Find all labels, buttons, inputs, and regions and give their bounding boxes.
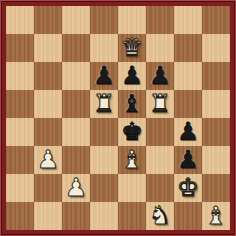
white-pawn[interactable]: ♟ — [34, 146, 62, 174]
board-frame: ♛♟♟♟♜♝♜♚♟♟♝♟♟♚♞♝ — [0, 0, 236, 236]
square-f4[interactable] — [146, 118, 174, 146]
square-c4[interactable] — [62, 118, 90, 146]
square-g3[interactable]: ♟ — [174, 146, 202, 174]
square-d2[interactable] — [90, 174, 118, 202]
square-h8[interactable] — [202, 6, 230, 34]
square-f3[interactable] — [146, 146, 174, 174]
square-g8[interactable] — [174, 6, 202, 34]
square-b6[interactable] — [34, 62, 62, 90]
square-c8[interactable] — [62, 6, 90, 34]
square-h3[interactable] — [202, 146, 230, 174]
square-f2[interactable] — [146, 174, 174, 202]
square-h2[interactable] — [202, 174, 230, 202]
square-e7[interactable]: ♛ — [118, 34, 146, 62]
black-bishop[interactable]: ♝ — [118, 90, 146, 118]
white-rook[interactable]: ♜ — [146, 90, 174, 118]
square-h6[interactable] — [202, 62, 230, 90]
white-queen[interactable]: ♛ — [118, 34, 146, 62]
square-b4[interactable] — [34, 118, 62, 146]
square-e8[interactable] — [118, 6, 146, 34]
square-d5[interactable]: ♜ — [90, 90, 118, 118]
white-bishop[interactable]: ♝ — [118, 146, 146, 174]
white-pawn[interactable]: ♟ — [62, 174, 90, 202]
square-c6[interactable] — [62, 62, 90, 90]
square-e6[interactable]: ♟ — [118, 62, 146, 90]
black-pawn[interactable]: ♟ — [146, 62, 174, 90]
square-g6[interactable] — [174, 62, 202, 90]
square-d6[interactable]: ♟ — [90, 62, 118, 90]
square-e5[interactable]: ♝ — [118, 90, 146, 118]
square-d4[interactable] — [90, 118, 118, 146]
square-c2[interactable]: ♟ — [62, 174, 90, 202]
square-d1[interactable] — [90, 202, 118, 230]
square-a2[interactable] — [6, 174, 34, 202]
square-g5[interactable] — [174, 90, 202, 118]
square-h4[interactable] — [202, 118, 230, 146]
black-pawn[interactable]: ♟ — [118, 62, 146, 90]
square-a1[interactable] — [6, 202, 34, 230]
square-g1[interactable] — [174, 202, 202, 230]
white-rook[interactable]: ♜ — [90, 90, 118, 118]
square-a4[interactable] — [6, 118, 34, 146]
square-h5[interactable] — [202, 90, 230, 118]
square-e4[interactable]: ♚ — [118, 118, 146, 146]
square-b1[interactable] — [34, 202, 62, 230]
square-d8[interactable] — [90, 6, 118, 34]
white-king[interactable]: ♚ — [174, 174, 202, 202]
square-c1[interactable] — [62, 202, 90, 230]
square-c5[interactable] — [62, 90, 90, 118]
square-b7[interactable] — [34, 34, 62, 62]
square-b2[interactable] — [34, 174, 62, 202]
square-b5[interactable] — [34, 90, 62, 118]
square-f1[interactable]: ♞ — [146, 202, 174, 230]
square-g4[interactable]: ♟ — [174, 118, 202, 146]
square-f7[interactable] — [146, 34, 174, 62]
square-g7[interactable] — [174, 34, 202, 62]
white-bishop[interactable]: ♝ — [202, 202, 230, 230]
square-f8[interactable] — [146, 6, 174, 34]
square-a7[interactable] — [6, 34, 34, 62]
square-c3[interactable] — [62, 146, 90, 174]
square-e1[interactable] — [118, 202, 146, 230]
black-pawn[interactable]: ♟ — [174, 118, 202, 146]
square-e3[interactable]: ♝ — [118, 146, 146, 174]
square-h1[interactable]: ♝ — [202, 202, 230, 230]
square-a3[interactable] — [6, 146, 34, 174]
black-pawn[interactable]: ♟ — [174, 146, 202, 174]
square-e2[interactable] — [118, 174, 146, 202]
square-d7[interactable] — [90, 34, 118, 62]
white-knight[interactable]: ♞ — [146, 202, 174, 230]
square-b8[interactable] — [34, 6, 62, 34]
square-a5[interactable] — [6, 90, 34, 118]
chess-board: ♛♟♟♟♜♝♜♚♟♟♝♟♟♚♞♝ — [6, 6, 230, 230]
square-g2[interactable]: ♚ — [174, 174, 202, 202]
black-king[interactable]: ♚ — [118, 118, 146, 146]
square-f6[interactable]: ♟ — [146, 62, 174, 90]
black-pawn[interactable]: ♟ — [90, 62, 118, 90]
square-f5[interactable]: ♜ — [146, 90, 174, 118]
square-b3[interactable]: ♟ — [34, 146, 62, 174]
square-h7[interactable] — [202, 34, 230, 62]
square-a8[interactable] — [6, 6, 34, 34]
square-d3[interactable] — [90, 146, 118, 174]
square-a6[interactable] — [6, 62, 34, 90]
square-c7[interactable] — [62, 34, 90, 62]
